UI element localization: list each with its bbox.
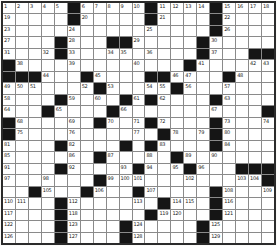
cell-r19c19[interactable]	[236, 210, 248, 220]
cell-r15c4[interactable]	[42, 164, 54, 174]
cell-r20c21[interactable]	[262, 221, 274, 231]
cell-r16c10[interactable]: 100	[120, 175, 132, 185]
cell-r12c8[interactable]	[94, 129, 106, 139]
cell-r11c20[interactable]	[249, 118, 261, 128]
cell-r13c16[interactable]	[197, 141, 209, 151]
cell-r15c16[interactable]: 96	[197, 164, 209, 174]
cell-r18c15[interactable]: 115	[184, 198, 196, 208]
cell-r20c4[interactable]	[42, 221, 54, 231]
cell-r6c3[interactable]	[29, 60, 41, 70]
cell-r14c5[interactable]	[55, 152, 67, 162]
cell-r12c9[interactable]	[107, 129, 119, 139]
cell-r2c1[interactable]: 19	[3, 14, 15, 24]
cell-r20c9[interactable]	[107, 221, 119, 231]
cell-r8c2[interactable]: 50	[16, 83, 28, 93]
cell-r15c3[interactable]	[29, 164, 41, 174]
cell-r5c4[interactable]: 32	[42, 49, 54, 59]
cell-r13c11[interactable]	[133, 141, 145, 151]
cell-r12c4[interactable]	[42, 129, 54, 139]
cell-r9c21[interactable]	[262, 95, 274, 105]
cell-r11c16[interactable]	[197, 118, 209, 128]
cell-r1c3[interactable]: 3	[29, 3, 41, 13]
cell-r20c19[interactable]	[236, 221, 248, 231]
cell-r3c1[interactable]: 23	[3, 26, 15, 36]
cell-r16c1[interactable]: 97	[3, 175, 15, 185]
cell-r15c8[interactable]	[94, 164, 106, 174]
cell-r2c18[interactable]: 22	[223, 14, 235, 24]
cell-r15c12[interactable]: 94	[145, 164, 157, 174]
cell-r17c18[interactable]: 108	[223, 187, 235, 197]
cell-r14c10[interactable]	[120, 152, 132, 162]
cell-r13c20[interactable]	[249, 141, 261, 151]
cell-r4c21[interactable]	[262, 37, 274, 47]
cell-r5c9[interactable]: 34	[107, 49, 119, 59]
cell-r3c2[interactable]	[16, 26, 28, 36]
cell-r17c19[interactable]	[236, 187, 248, 197]
cell-r10c6[interactable]	[68, 106, 80, 116]
cell-r11c11[interactable]: 71	[133, 118, 145, 128]
cell-r3c4[interactable]	[42, 26, 54, 36]
cell-r3c19[interactable]	[236, 26, 248, 36]
cell-r14c18[interactable]	[223, 152, 235, 162]
cell-r13c8[interactable]	[94, 141, 106, 151]
cell-r10c8[interactable]	[94, 106, 106, 116]
cell-r8c16[interactable]	[197, 83, 209, 93]
cell-r2c8[interactable]	[94, 14, 106, 24]
cell-r2c3[interactable]	[29, 14, 41, 24]
cell-r7c9[interactable]	[107, 72, 119, 82]
cell-r10c15[interactable]	[184, 106, 196, 116]
cell-r9c7[interactable]	[81, 95, 93, 105]
cell-r15c13[interactable]	[158, 164, 170, 174]
cell-r10c5[interactable]: 65	[55, 106, 67, 116]
cell-r4c4[interactable]	[42, 37, 54, 47]
cell-r11c15[interactable]	[184, 118, 196, 128]
cell-r3c9[interactable]	[107, 26, 119, 36]
cell-r6c20[interactable]: 42	[249, 60, 261, 70]
cell-r17c8[interactable]: 106	[94, 187, 106, 197]
cell-r4c8[interactable]	[94, 37, 106, 47]
cell-r16c12[interactable]	[145, 175, 157, 185]
cell-r12c10[interactable]	[120, 129, 132, 139]
cell-r17c2[interactable]	[16, 187, 28, 197]
cell-r2c20[interactable]	[249, 14, 261, 24]
cell-r5c11[interactable]	[133, 49, 145, 59]
cell-r21c8[interactable]	[94, 233, 106, 243]
cell-r15c14[interactable]: 95	[171, 164, 183, 174]
cell-r20c14[interactable]	[171, 221, 183, 231]
cell-r5c18[interactable]	[223, 49, 235, 59]
cell-r10c14[interactable]	[171, 106, 183, 116]
cell-r8c13[interactable]: 55	[158, 83, 170, 93]
cell-r18c20[interactable]	[249, 198, 261, 208]
cell-r18c21[interactable]	[262, 198, 274, 208]
cell-r2c19[interactable]	[236, 14, 248, 24]
cell-r13c13[interactable]: 83	[158, 141, 170, 151]
cell-r1c10[interactable]: 9	[120, 3, 132, 13]
cell-r18c2[interactable]: 111	[16, 198, 28, 208]
cell-r20c8[interactable]	[94, 221, 106, 231]
cell-r5c17[interactable]: 37	[210, 49, 222, 59]
cell-r2c15[interactable]	[184, 14, 196, 24]
cell-r16c4[interactable]: 98	[42, 175, 54, 185]
cell-r9c3[interactable]	[29, 95, 41, 105]
cell-r4c2[interactable]	[16, 37, 28, 47]
cell-r11c4[interactable]	[42, 118, 54, 128]
cell-r21c3[interactable]	[29, 233, 41, 243]
cell-r1c2[interactable]: 2	[16, 3, 28, 13]
cell-r21c1[interactable]: 126	[3, 233, 15, 243]
cell-r8c12[interactable]: 54	[145, 83, 157, 93]
cell-r6c5[interactable]	[55, 60, 67, 70]
cell-r14c3[interactable]	[29, 152, 41, 162]
cell-r19c2[interactable]	[16, 210, 28, 220]
cell-r9c6[interactable]: 59	[68, 95, 80, 105]
cell-r21c19[interactable]	[236, 233, 248, 243]
cell-r10c18[interactable]	[223, 106, 235, 116]
cell-r14c2[interactable]	[16, 152, 28, 162]
cell-r11c9[interactable]: 70	[107, 118, 119, 128]
cell-r12c11[interactable]: 77	[133, 129, 145, 139]
cell-r12c2[interactable]: 75	[16, 129, 28, 139]
cell-r7c15[interactable]: 47	[184, 72, 196, 82]
cell-r7c10[interactable]	[120, 72, 132, 82]
cell-r7c11[interactable]	[133, 72, 145, 82]
cell-r11c6[interactable]: 69	[68, 118, 80, 128]
cell-r14c6[interactable]: 86	[68, 152, 80, 162]
cell-r8c6[interactable]	[68, 83, 80, 93]
cell-r6c10[interactable]	[120, 60, 132, 70]
cell-r3c20[interactable]	[249, 26, 261, 36]
cell-r8c19[interactable]	[236, 83, 248, 93]
cell-r17c20[interactable]	[249, 187, 261, 197]
cell-r10c2[interactable]	[16, 106, 28, 116]
cell-r6c7[interactable]	[81, 60, 93, 70]
cell-r18c4[interactable]	[42, 198, 54, 208]
cell-r13c21[interactable]	[262, 141, 274, 151]
cell-r20c2[interactable]	[16, 221, 28, 231]
cell-r19c15[interactable]	[184, 210, 196, 220]
cell-r6c6[interactable]: 39	[68, 60, 80, 70]
cell-r14c11[interactable]	[133, 152, 145, 162]
cell-r7c14[interactable]: 46	[171, 72, 183, 82]
cell-r1c7[interactable]: 6	[81, 3, 93, 13]
cell-r4c14[interactable]	[171, 37, 183, 47]
cell-r1c4[interactable]: 4	[42, 3, 54, 13]
cell-r4c12[interactable]	[145, 37, 157, 47]
cell-r3c15[interactable]	[184, 26, 196, 36]
cell-r4c3[interactable]	[29, 37, 41, 47]
cell-r2c11[interactable]	[133, 14, 145, 24]
cell-r21c4[interactable]	[42, 233, 54, 243]
cell-r21c14[interactable]	[171, 233, 183, 243]
cell-r3c6[interactable]: 24	[68, 26, 80, 36]
cell-r1c13[interactable]: 11	[158, 3, 170, 13]
cell-r19c16[interactable]	[197, 210, 209, 220]
cell-r2c16[interactable]	[197, 14, 209, 24]
cell-r14c15[interactable]: 89	[184, 152, 196, 162]
cell-r10c10[interactable]: 66	[120, 106, 132, 116]
cell-r13c1[interactable]: 81	[3, 141, 15, 151]
cell-r1c14[interactable]: 12	[171, 3, 183, 13]
cell-r5c13[interactable]	[158, 49, 170, 59]
cell-r14c21[interactable]	[262, 152, 274, 162]
cell-r6c11[interactable]: 40	[133, 60, 145, 70]
cell-r3c13[interactable]	[158, 26, 170, 36]
cell-r4c1[interactable]: 27	[3, 37, 15, 47]
cell-r20c7[interactable]	[81, 221, 93, 231]
cell-r17c4[interactable]: 105	[42, 187, 54, 197]
cell-r16c6[interactable]	[68, 175, 80, 185]
cell-r3c21[interactable]	[262, 26, 274, 36]
cell-r19c18[interactable]: 121	[223, 210, 235, 220]
cell-r17c1[interactable]	[3, 187, 15, 197]
cell-r4c20[interactable]	[249, 37, 261, 47]
cell-r9c16[interactable]	[197, 95, 209, 105]
cell-r19c20[interactable]	[249, 210, 261, 220]
cell-r6c16[interactable]: 41	[197, 60, 209, 70]
cell-r9c14[interactable]	[171, 95, 183, 105]
cell-r1c5[interactable]: 5	[55, 3, 67, 13]
cell-r18c19[interactable]	[236, 198, 248, 208]
cell-r10c3[interactable]	[29, 106, 41, 116]
cell-r13c4[interactable]	[42, 141, 54, 151]
cell-r13c15[interactable]	[184, 141, 196, 151]
cell-r17c10[interactable]	[120, 187, 132, 197]
cell-r13c9[interactable]	[107, 141, 119, 151]
cell-r8c20[interactable]	[249, 83, 261, 93]
cell-r13c6[interactable]: 82	[68, 141, 80, 151]
cell-r1c8[interactable]: 7	[94, 3, 106, 13]
cell-r11c18[interactable]: 73	[223, 118, 235, 128]
cell-r4c18[interactable]	[223, 37, 235, 47]
cell-r15c9[interactable]	[107, 164, 119, 174]
cell-r10c20[interactable]	[249, 106, 261, 116]
cell-r10c17[interactable]: 67	[210, 106, 222, 116]
cell-r8c17[interactable]	[210, 83, 222, 93]
cell-r21c18[interactable]	[223, 233, 235, 243]
cell-r18c9[interactable]	[107, 198, 119, 208]
cell-r12c7[interactable]	[81, 129, 93, 139]
cell-r3c5[interactable]	[55, 26, 67, 36]
cell-r8c7[interactable]: 52	[81, 83, 93, 93]
cell-r2c2[interactable]	[16, 14, 28, 24]
cell-r14c13[interactable]	[158, 152, 170, 162]
cell-r7c4[interactable]: 44	[42, 72, 54, 82]
cell-r18c1[interactable]: 110	[3, 198, 15, 208]
cell-r19c3[interactable]	[29, 210, 41, 220]
cell-r17c16[interactable]	[197, 187, 209, 197]
cell-r17c14[interactable]	[171, 187, 183, 197]
cell-r6c13[interactable]	[158, 60, 170, 70]
cell-r8c15[interactable]: 56	[184, 83, 196, 93]
cell-r19c4[interactable]	[42, 210, 54, 220]
cell-r5c8[interactable]	[94, 49, 106, 59]
cell-r15c18[interactable]	[223, 164, 235, 174]
cell-r3c8[interactable]	[94, 26, 106, 36]
cell-r3c14[interactable]	[171, 26, 183, 36]
cell-r12c6[interactable]: 76	[68, 129, 80, 139]
cell-r19c11[interactable]	[133, 210, 145, 220]
cell-r15c17[interactable]	[210, 164, 222, 174]
cell-r1c20[interactable]: 17	[249, 3, 261, 13]
cell-r12c14[interactable]: 78	[171, 129, 183, 139]
cell-r5c1[interactable]: 31	[3, 49, 15, 59]
cell-r11c5[interactable]	[55, 118, 67, 128]
cell-r17c15[interactable]	[184, 187, 196, 197]
cell-r2c13[interactable]: 21	[158, 14, 170, 24]
cell-r7c20[interactable]	[249, 72, 261, 82]
cell-r1c1[interactable]: 1	[3, 3, 15, 13]
cell-r9c15[interactable]	[184, 95, 196, 105]
cell-r11c2[interactable]: 68	[16, 118, 28, 128]
cell-r1c15[interactable]: 13	[184, 3, 196, 13]
cell-r18c11[interactable]: 113	[133, 198, 145, 208]
cell-r7c16[interactable]	[197, 72, 209, 82]
cell-r1c21[interactable]: 18	[262, 3, 274, 13]
cell-r14c16[interactable]	[197, 152, 209, 162]
cell-r4c17[interactable]: 30	[210, 37, 222, 47]
cell-r15c6[interactable]: 92	[68, 164, 80, 174]
cell-r5c15[interactable]	[184, 49, 196, 59]
cell-r15c10[interactable]: 93	[120, 164, 132, 174]
cell-r2c14[interactable]	[171, 14, 183, 24]
cell-r6c4[interactable]	[42, 60, 54, 70]
cell-r12c12[interactable]	[145, 129, 157, 139]
cell-r10c1[interactable]: 64	[3, 106, 15, 116]
cell-r14c4[interactable]	[42, 152, 54, 162]
cell-r7c17[interactable]	[210, 72, 222, 82]
cell-r5c6[interactable]: 33	[68, 49, 80, 59]
cell-r21c20[interactable]	[249, 233, 261, 243]
cell-r11c13[interactable]: 72	[158, 118, 170, 128]
cell-r19c9[interactable]	[107, 210, 119, 220]
cell-r12c16[interactable]: 79	[197, 129, 209, 139]
cell-r7c8[interactable]: 45	[94, 72, 106, 82]
cell-r18c8[interactable]	[94, 198, 106, 208]
cell-r6c19[interactable]	[236, 60, 248, 70]
cell-r18c18[interactable]: 116	[223, 198, 235, 208]
cell-r18c14[interactable]: 114	[171, 198, 183, 208]
cell-r16c16[interactable]	[197, 175, 209, 185]
cell-r6c12[interactable]	[145, 60, 157, 70]
cell-r14c7[interactable]	[81, 152, 93, 162]
cell-r17c12[interactable]: 107	[145, 187, 157, 197]
cell-r16c19[interactable]: 103	[236, 175, 248, 185]
cell-r11c14[interactable]	[171, 118, 183, 128]
cell-r8c5[interactable]	[55, 83, 67, 93]
cell-r20c13[interactable]	[158, 221, 170, 231]
cell-r6c8[interactable]	[94, 60, 106, 70]
cell-r5c19[interactable]	[236, 49, 248, 59]
cell-r14c20[interactable]	[249, 152, 261, 162]
cell-r20c3[interactable]	[29, 221, 41, 231]
cell-r20c15[interactable]	[184, 221, 196, 231]
cell-r16c14[interactable]	[171, 175, 183, 185]
cell-r2c21[interactable]	[262, 14, 274, 24]
cell-r1c11[interactable]: 10	[133, 3, 145, 13]
cell-r16c15[interactable]: 102	[184, 175, 196, 185]
cell-r7c21[interactable]	[262, 72, 274, 82]
cell-r16c18[interactable]	[223, 175, 235, 185]
cell-r20c12[interactable]	[145, 221, 157, 231]
cell-r4c15[interactable]	[184, 37, 196, 47]
cell-r3c11[interactable]	[133, 26, 145, 36]
cell-r15c2[interactable]	[16, 164, 28, 174]
cell-r10c16[interactable]	[197, 106, 209, 116]
cell-r19c6[interactable]: 118	[68, 210, 80, 220]
cell-r6c14[interactable]	[171, 60, 183, 70]
cell-r15c7[interactable]	[81, 164, 93, 174]
cell-r9c4[interactable]	[42, 95, 54, 105]
cell-r4c11[interactable]: 29	[133, 37, 145, 47]
cell-r19c1[interactable]: 117	[3, 210, 15, 220]
cell-r9c8[interactable]: 60	[94, 95, 106, 105]
cell-r3c3[interactable]	[29, 26, 41, 36]
cell-r21c6[interactable]: 127	[68, 233, 80, 243]
cell-r8c11[interactable]	[133, 83, 145, 93]
cell-r21c9[interactable]	[107, 233, 119, 243]
cell-r5c7[interactable]	[81, 49, 93, 59]
cell-r8c10[interactable]	[120, 83, 132, 93]
cell-r2c4[interactable]	[42, 14, 54, 24]
cell-r6c17[interactable]	[210, 60, 222, 70]
cell-r17c5[interactable]	[55, 187, 67, 197]
cell-r9c19[interactable]	[236, 95, 248, 105]
cell-r16c20[interactable]: 104	[249, 175, 261, 185]
cell-r20c20[interactable]	[249, 221, 261, 231]
cell-r16c17[interactable]	[210, 175, 222, 185]
cell-r4c6[interactable]: 28	[68, 37, 80, 47]
cell-r3c7[interactable]	[81, 26, 93, 36]
cell-r12c20[interactable]	[249, 129, 261, 139]
cell-r17c13[interactable]	[158, 187, 170, 197]
cell-r21c7[interactable]	[81, 233, 93, 243]
cell-r16c2[interactable]	[16, 175, 28, 185]
cell-r8c4[interactable]	[42, 83, 54, 93]
cell-r9c9[interactable]	[107, 95, 119, 105]
cell-r7c6[interactable]	[68, 72, 80, 82]
cell-r20c18[interactable]	[223, 221, 235, 231]
cell-r9c18[interactable]: 63	[223, 95, 235, 105]
cell-r3c10[interactable]	[120, 26, 132, 36]
cell-r19c7[interactable]	[81, 210, 93, 220]
cell-r8c21[interactable]	[262, 83, 274, 93]
cell-r10c19[interactable]	[236, 106, 248, 116]
cell-r21c15[interactable]	[184, 233, 196, 243]
cell-r17c21[interactable]: 109	[262, 187, 274, 197]
cell-r21c13[interactable]	[158, 233, 170, 243]
cell-r11c3[interactable]	[29, 118, 41, 128]
cell-r9c13[interactable]: 62	[158, 95, 170, 105]
cell-r18c16[interactable]	[197, 198, 209, 208]
cell-r9c11[interactable]: 61	[133, 95, 145, 105]
cell-r12c15[interactable]	[184, 129, 196, 139]
cell-r12c19[interactable]	[236, 129, 248, 139]
cell-r21c21[interactable]	[262, 233, 274, 243]
cell-r11c10[interactable]	[120, 118, 132, 128]
cell-r19c13[interactable]: 119	[158, 210, 170, 220]
cell-r13c18[interactable]: 84	[223, 141, 235, 151]
cell-r21c11[interactable]: 128	[133, 233, 145, 243]
cell-r2c5[interactable]	[55, 14, 67, 24]
cell-r11c19[interactable]	[236, 118, 248, 128]
cell-r19c10[interactable]	[120, 210, 132, 220]
cell-r11c7[interactable]	[81, 118, 93, 128]
cell-r3c16[interactable]	[197, 26, 209, 36]
cell-r20c6[interactable]: 123	[68, 221, 80, 231]
cell-r9c1[interactable]: 58	[3, 95, 15, 105]
